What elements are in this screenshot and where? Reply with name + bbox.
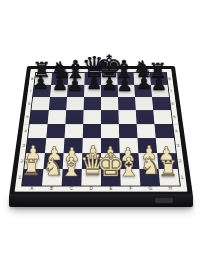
- square-b3: [45, 138, 65, 153]
- square-e1: [101, 169, 121, 186]
- square-e7: [101, 85, 118, 97]
- square-g2: [138, 153, 158, 169]
- square-c8: [68, 73, 85, 85]
- file-labels: ABCDEFGH: [22, 186, 181, 192]
- square-e5: [101, 110, 119, 124]
- square-d2: [82, 153, 101, 169]
- square-d3: [82, 138, 101, 153]
- square-a3: [26, 138, 46, 153]
- file-label-d: D: [81, 186, 101, 192]
- square-f6: [118, 97, 136, 110]
- chess-board-surface: ABCDEFGH 87654321 87654321: [9, 66, 193, 196]
- square-a7: [33, 85, 51, 97]
- square-e3: [101, 138, 120, 153]
- square-h4: [154, 124, 174, 138]
- square-e6: [101, 97, 118, 110]
- square-c1: [62, 169, 82, 186]
- square-c3: [64, 138, 83, 153]
- square-g5: [136, 110, 155, 124]
- file-label-f: F: [121, 186, 141, 192]
- product-photo: ABCDEFGH 87654321 87654321 ♜♞♝♛♚♝♞♜♟♟♟♟♟…: [0, 0, 200, 280]
- square-a1: [22, 169, 43, 186]
- board-margin: ABCDEFGH 87654321 87654321: [15, 69, 188, 192]
- square-a6: [31, 97, 50, 110]
- square-f5: [118, 110, 136, 124]
- square-a5: [30, 110, 49, 124]
- square-d4: [83, 124, 101, 138]
- square-f8: [117, 73, 134, 85]
- square-d6: [84, 97, 101, 110]
- square-d7: [84, 85, 101, 97]
- square-f3: [119, 138, 138, 153]
- square-g1: [139, 169, 160, 186]
- square-h7: [151, 85, 169, 97]
- file-label-a: A: [22, 186, 42, 192]
- rank-label-7: 7: [168, 85, 175, 97]
- file-label-g: G: [140, 186, 160, 192]
- square-g3: [137, 138, 157, 153]
- rank-label-8: 8: [166, 73, 173, 85]
- rank-label-6: 6: [169, 97, 177, 110]
- square-b2: [43, 153, 63, 169]
- fold-seam: [23, 124, 178, 125]
- square-b8: [51, 73, 68, 85]
- square-h3: [156, 138, 176, 153]
- square-c2: [63, 153, 83, 169]
- file-label-e: E: [101, 186, 121, 192]
- square-h6: [152, 97, 171, 110]
- board-grid: [22, 73, 179, 186]
- square-c6: [66, 97, 84, 110]
- square-e8: [101, 73, 118, 85]
- square-b5: [48, 110, 67, 124]
- square-e4: [101, 124, 119, 138]
- square-g8: [134, 73, 151, 85]
- square-b4: [46, 124, 65, 138]
- square-h2: [157, 153, 178, 169]
- square-f2: [120, 153, 140, 169]
- square-a2: [24, 153, 45, 169]
- square-g6: [135, 97, 153, 110]
- square-g7: [134, 85, 152, 97]
- square-b6: [49, 97, 67, 110]
- square-b1: [42, 169, 63, 186]
- square-f1: [120, 169, 140, 186]
- rank-label-2: 2: [176, 153, 185, 169]
- square-c4: [65, 124, 84, 138]
- square-h5: [153, 110, 172, 124]
- rank-label-4: 4: [172, 124, 180, 138]
- square-d8: [84, 73, 101, 85]
- square-c7: [67, 85, 84, 97]
- square-d5: [83, 110, 101, 124]
- square-g4: [137, 124, 156, 138]
- square-f4: [119, 124, 138, 138]
- square-h1: [159, 169, 180, 186]
- square-e2: [101, 153, 120, 169]
- square-d1: [81, 169, 101, 186]
- board-side-edge: [9, 194, 193, 207]
- square-a4: [28, 124, 48, 138]
- square-h8: [150, 73, 168, 85]
- file-label-c: C: [61, 186, 81, 192]
- file-label-h: H: [160, 186, 180, 192]
- rank-label-1: 1: [178, 169, 187, 186]
- rank-label-5: 5: [171, 110, 179, 124]
- square-b7: [50, 85, 68, 97]
- file-label-b: B: [41, 186, 61, 192]
- latch: [155, 198, 173, 203]
- square-f7: [118, 85, 135, 97]
- square-a8: [34, 73, 52, 85]
- square-c5: [65, 110, 83, 124]
- rank-label-3: 3: [174, 138, 182, 153]
